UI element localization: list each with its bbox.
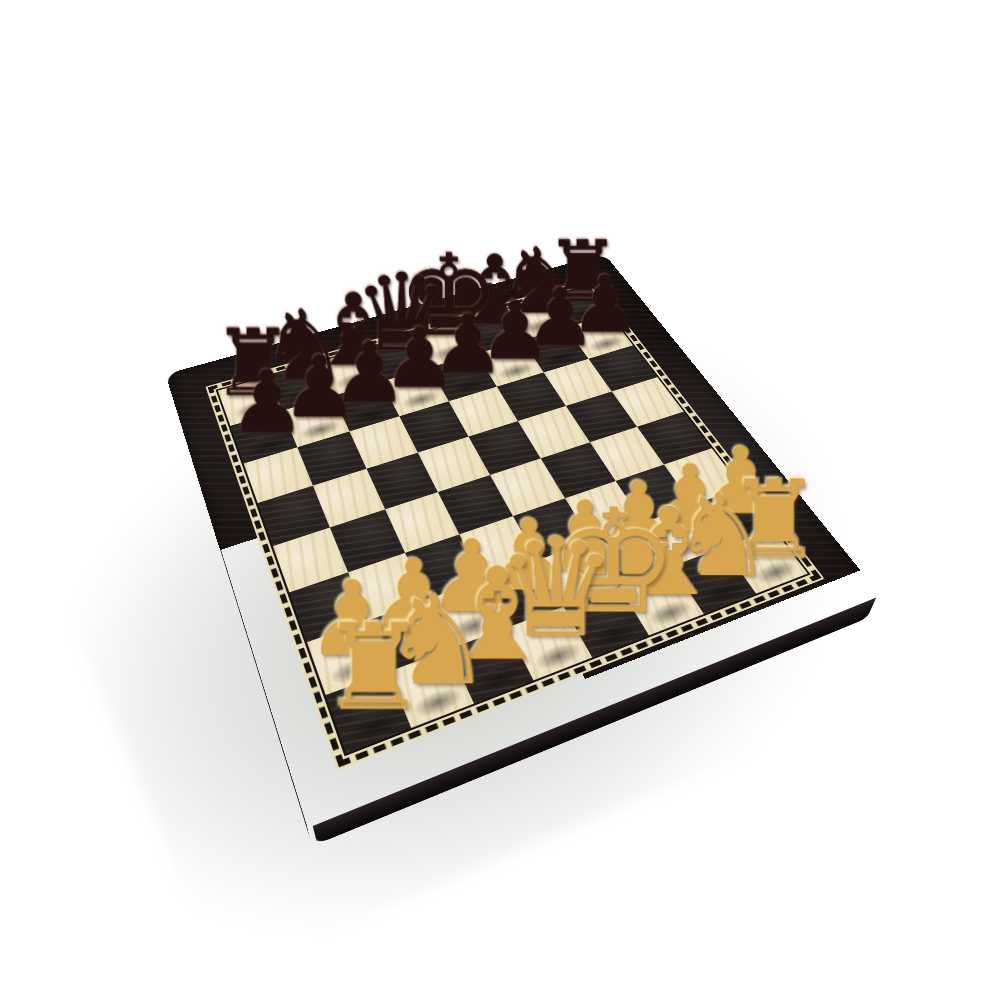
photo-stage: ♜♞♝♛♚♝♞♜♟♟♟♟♟♟♟♟♟♟♟♟♟♟♟♟♜♞♝♛♚♝♞♜ <box>0 0 1000 1000</box>
white-rook-a1: ♜ <box>320 607 427 726</box>
board-scene: ♜♞♝♛♚♝♞♜♟♟♟♟♟♟♟♟♟♟♟♟♟♟♟♟♜♞♝♛♚♝♞♜ <box>0 0 1000 1000</box>
chess-board: ♜♞♝♛♚♝♞♜♟♟♟♟♟♟♟♟♟♟♟♟♟♟♟♟♜♞♝♛♚♝♞♜ <box>165 254 881 830</box>
